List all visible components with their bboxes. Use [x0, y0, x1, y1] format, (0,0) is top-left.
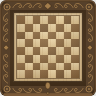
square-f4: [56, 47, 64, 55]
square-c8: [33, 16, 41, 24]
square-d3: [40, 55, 48, 63]
square-a8: [17, 16, 25, 24]
square-d1: [40, 70, 48, 78]
square-c6: [33, 32, 41, 40]
square-b1: [25, 70, 33, 78]
square-b7: [25, 24, 33, 32]
square-h3: [71, 55, 79, 63]
square-f1: [56, 70, 64, 78]
square-d8: [40, 16, 48, 24]
square-b3: [25, 55, 33, 63]
square-e3: [48, 55, 56, 63]
square-g7: [64, 24, 72, 32]
square-c3: [33, 55, 41, 63]
square-a1: [17, 70, 25, 78]
square-g5: [64, 39, 72, 47]
square-d5: [40, 39, 48, 47]
square-a7: [17, 24, 25, 32]
square-h7: [71, 24, 79, 32]
square-h2: [71, 63, 79, 71]
square-a3: [17, 55, 25, 63]
photo-background: [0, 0, 96, 96]
square-f3: [56, 55, 64, 63]
square-a6: [17, 32, 25, 40]
square-g1: [64, 70, 72, 78]
square-h1: [71, 70, 79, 78]
square-h4: [71, 47, 79, 55]
square-a4: [17, 47, 25, 55]
square-e6: [48, 32, 56, 40]
square-f5: [56, 39, 64, 47]
square-e4: [48, 47, 56, 55]
square-h6: [71, 32, 79, 40]
square-g8: [64, 16, 72, 24]
square-e7: [48, 24, 56, 32]
square-h5: [71, 39, 79, 47]
square-f7: [56, 24, 64, 32]
square-d4: [40, 47, 48, 55]
square-d7: [40, 24, 48, 32]
square-b8: [25, 16, 33, 24]
square-d6: [40, 32, 48, 40]
chess-board: [0, 0, 96, 96]
square-g2: [64, 63, 72, 71]
square-b6: [25, 32, 33, 40]
square-c2: [33, 63, 41, 71]
square-e1: [48, 70, 56, 78]
square-f6: [56, 32, 64, 40]
square-b2: [25, 63, 33, 71]
square-g3: [64, 55, 72, 63]
square-a2: [17, 63, 25, 71]
square-c4: [33, 47, 41, 55]
square-b5: [25, 39, 33, 47]
square-h8: [71, 16, 79, 24]
square-e5: [48, 39, 56, 47]
square-d2: [40, 63, 48, 71]
square-c5: [33, 39, 41, 47]
square-a5: [17, 39, 25, 47]
square-b4: [25, 47, 33, 55]
square-e8: [48, 16, 56, 24]
square-f8: [56, 16, 64, 24]
square-g6: [64, 32, 72, 40]
board-grid: [17, 16, 79, 78]
square-c1: [33, 70, 41, 78]
square-f2: [56, 63, 64, 71]
square-e2: [48, 63, 56, 71]
square-c7: [33, 24, 41, 32]
square-g4: [64, 47, 72, 55]
